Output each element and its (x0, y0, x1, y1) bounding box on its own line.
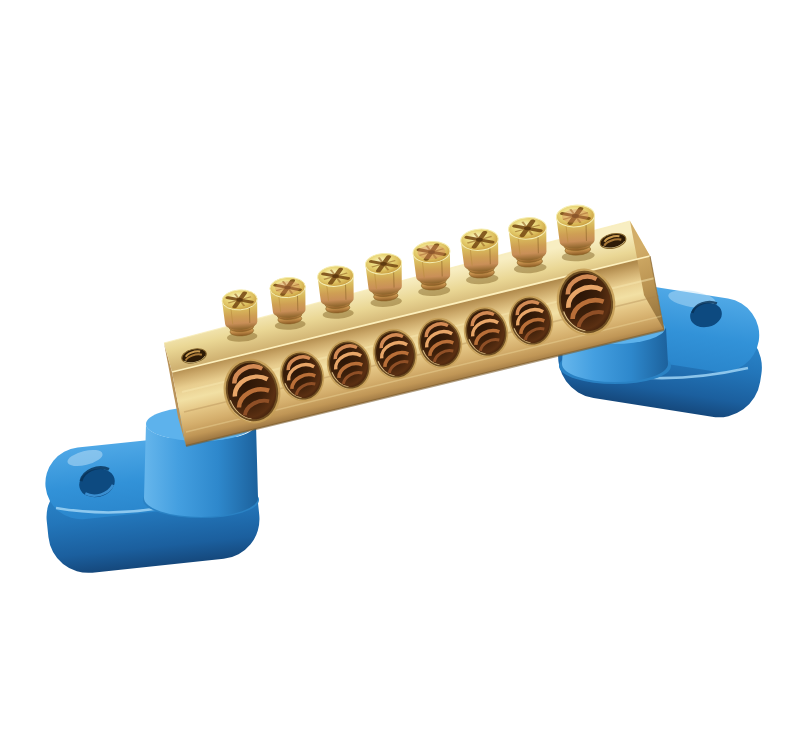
product-photo-stage (0, 0, 800, 747)
product-photo (0, 0, 800, 747)
